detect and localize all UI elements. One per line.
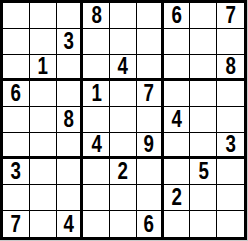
cell-r7c7[interactable] bbox=[164, 159, 191, 185]
cell-r8c5[interactable] bbox=[110, 185, 137, 211]
cell-r1c9[interactable]: 7 bbox=[217, 3, 244, 29]
cell-r4c6[interactable]: 7 bbox=[137, 81, 164, 107]
cell-r9c3[interactable]: 4 bbox=[57, 211, 84, 237]
cell-r9c7[interactable] bbox=[164, 211, 191, 237]
given-digit: 3 bbox=[225, 133, 235, 157]
given-digit: 7 bbox=[11, 212, 21, 237]
given-digit: 1 bbox=[37, 55, 47, 79]
given-digit: 4 bbox=[171, 107, 181, 132]
given-digit: 5 bbox=[198, 159, 208, 184]
cell-r6c9[interactable]: 3 bbox=[217, 133, 244, 159]
cell-r1c7[interactable]: 6 bbox=[164, 3, 191, 29]
cell-r4c8[interactable] bbox=[190, 81, 217, 107]
cell-r5c8[interactable] bbox=[190, 107, 217, 133]
cell-r8c7[interactable]: 2 bbox=[164, 185, 191, 211]
cell-r3c8[interactable] bbox=[190, 55, 217, 81]
cell-r3c6[interactable] bbox=[137, 55, 164, 81]
given-digit: 4 bbox=[63, 212, 73, 237]
cell-r2c3[interactable]: 3 bbox=[57, 29, 84, 55]
cell-r2c5[interactable] bbox=[110, 29, 137, 55]
cell-r7c5[interactable]: 2 bbox=[110, 159, 137, 185]
cell-r8c1[interactable] bbox=[3, 185, 30, 211]
cell-r1c3[interactable] bbox=[57, 3, 84, 29]
cell-r5c6[interactable] bbox=[137, 107, 164, 133]
cell-r9c2[interactable] bbox=[30, 211, 57, 237]
cell-r6c4[interactable]: 4 bbox=[83, 133, 110, 159]
cell-r1c5[interactable] bbox=[110, 3, 137, 29]
given-digit: 7 bbox=[144, 81, 154, 106]
cell-r8c2[interactable] bbox=[30, 185, 57, 211]
cell-r2c9[interactable] bbox=[217, 29, 244, 55]
given-digit: 4 bbox=[91, 133, 101, 157]
cell-r2c4[interactable] bbox=[83, 29, 110, 55]
given-digit: 4 bbox=[118, 55, 128, 79]
cell-r8c6[interactable] bbox=[137, 185, 164, 211]
cell-r3c3[interactable] bbox=[57, 55, 84, 81]
given-digit: 6 bbox=[11, 81, 21, 106]
cell-r2c6[interactable] bbox=[137, 29, 164, 55]
cell-r4c4[interactable]: 1 bbox=[83, 81, 110, 107]
given-digit: 1 bbox=[91, 81, 101, 106]
cell-r3c1[interactable] bbox=[3, 55, 30, 81]
cell-r3c2[interactable]: 1 bbox=[30, 55, 57, 81]
cell-r5c5[interactable] bbox=[110, 107, 137, 133]
cell-r1c8[interactable] bbox=[190, 3, 217, 29]
cell-r3c4[interactable] bbox=[83, 55, 110, 81]
given-digit: 3 bbox=[63, 29, 73, 54]
cell-r5c1[interactable] bbox=[3, 107, 30, 133]
cell-r1c4[interactable]: 8 bbox=[83, 3, 110, 29]
given-digit: 7 bbox=[225, 3, 235, 28]
given-digit: 8 bbox=[63, 107, 73, 132]
given-digit: 8 bbox=[225, 55, 235, 79]
cell-r2c2[interactable] bbox=[30, 29, 57, 55]
cell-r5c2[interactable] bbox=[30, 107, 57, 133]
given-digit: 2 bbox=[171, 185, 181, 210]
cell-r5c7[interactable]: 4 bbox=[164, 107, 191, 133]
cell-r3c7[interactable] bbox=[164, 55, 191, 81]
cell-r7c1[interactable]: 3 bbox=[3, 159, 30, 185]
cell-r7c9[interactable] bbox=[217, 159, 244, 185]
cell-r4c1[interactable]: 6 bbox=[3, 81, 30, 107]
cell-r3c5[interactable]: 4 bbox=[110, 55, 137, 81]
cell-r8c3[interactable] bbox=[57, 185, 84, 211]
given-digit: 2 bbox=[118, 159, 128, 184]
cell-r5c4[interactable] bbox=[83, 107, 110, 133]
given-digit: 3 bbox=[11, 159, 21, 184]
cell-r8c9[interactable] bbox=[217, 185, 244, 211]
cell-r4c3[interactable] bbox=[57, 81, 84, 107]
sudoku-board: 8673148617844933252746 bbox=[0, 0, 247, 240]
cell-r4c2[interactable] bbox=[30, 81, 57, 107]
cell-r6c6[interactable]: 9 bbox=[137, 133, 164, 159]
cell-r8c8[interactable] bbox=[190, 185, 217, 211]
cell-r2c8[interactable] bbox=[190, 29, 217, 55]
cell-r1c2[interactable] bbox=[30, 3, 57, 29]
cell-r9c4[interactable] bbox=[83, 211, 110, 237]
given-digit: 6 bbox=[171, 3, 181, 28]
cell-r6c8[interactable] bbox=[190, 133, 217, 159]
cell-r7c8[interactable]: 5 bbox=[190, 159, 217, 185]
cell-r9c1[interactable]: 7 bbox=[3, 211, 30, 237]
cell-r9c6[interactable]: 6 bbox=[137, 211, 164, 237]
cell-r8c4[interactable] bbox=[83, 185, 110, 211]
cell-r5c9[interactable] bbox=[217, 107, 244, 133]
cell-r1c6[interactable] bbox=[137, 3, 164, 29]
cell-r6c1[interactable] bbox=[3, 133, 30, 159]
cell-r3c9[interactable]: 8 bbox=[217, 55, 244, 81]
sudoku-puzzle: 8673148617844933252746 bbox=[0, 0, 248, 241]
cell-r9c9[interactable] bbox=[217, 211, 244, 237]
cell-r5c3[interactable]: 8 bbox=[57, 107, 84, 133]
cell-r6c2[interactable] bbox=[30, 133, 57, 159]
cell-r7c4[interactable] bbox=[83, 159, 110, 185]
cell-r7c6[interactable] bbox=[137, 159, 164, 185]
cell-r6c5[interactable] bbox=[110, 133, 137, 159]
cell-r9c5[interactable] bbox=[110, 211, 137, 237]
cell-r1c1[interactable] bbox=[3, 3, 30, 29]
cell-r7c3[interactable] bbox=[57, 159, 84, 185]
cell-r4c9[interactable] bbox=[217, 81, 244, 107]
cell-r6c3[interactable] bbox=[57, 133, 84, 159]
given-digit: 8 bbox=[91, 3, 101, 28]
cell-r9c8[interactable] bbox=[190, 211, 217, 237]
cell-r7c2[interactable] bbox=[30, 159, 57, 185]
given-digit: 9 bbox=[144, 133, 154, 157]
cell-r2c1[interactable] bbox=[3, 29, 30, 55]
cell-r2c7[interactable] bbox=[164, 29, 191, 55]
given-digit: 6 bbox=[144, 212, 154, 237]
cell-r6c7[interactable] bbox=[164, 133, 191, 159]
cell-r4c7[interactable] bbox=[164, 81, 191, 107]
cell-r4c5[interactable] bbox=[110, 81, 137, 107]
